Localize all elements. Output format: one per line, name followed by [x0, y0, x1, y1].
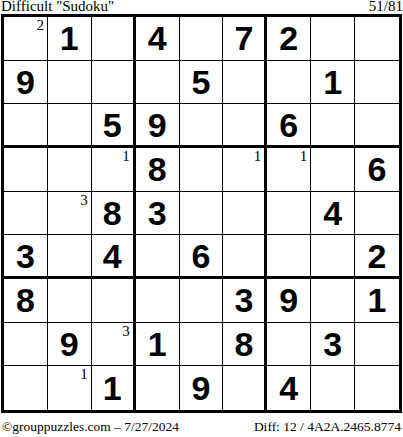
- cell-r7c6: 3: [223, 279, 267, 323]
- cell-r2c1: 9: [4, 61, 48, 105]
- sudoku-sheet: Difficult "Sudoku" 51/81 214729515961811…: [0, 0, 403, 437]
- cell-r5c7: [267, 192, 311, 236]
- cell-r6c1: 3: [4, 235, 48, 279]
- cell-r1c3: [92, 17, 136, 61]
- given-digit: 2: [279, 21, 298, 55]
- given-digit: 8: [234, 327, 253, 361]
- cell-r9c2: 1: [48, 366, 92, 410]
- cell-r9c1: [4, 366, 48, 410]
- cell-r9c7: 4: [267, 366, 311, 410]
- cell-r3c3: 5: [92, 104, 136, 148]
- cell-r6c8: [311, 235, 355, 279]
- given-digit: 9: [148, 108, 167, 142]
- cell-r9c9: [355, 366, 399, 410]
- given-digit: 9: [192, 371, 211, 405]
- cell-r8c6: 8: [223, 323, 267, 367]
- cell-r3c6: [223, 104, 267, 148]
- given-digit: 6: [279, 108, 298, 142]
- given-digit: 6: [368, 152, 387, 186]
- cell-r6c9: 2: [355, 235, 399, 279]
- cell-r1c2: 1: [48, 17, 92, 61]
- sudoku-grid: 2147295159618116383434628391931831194: [1, 14, 402, 413]
- cell-r3c1: [4, 104, 48, 148]
- cell-r8c7: [267, 323, 311, 367]
- cell-r7c8: [311, 279, 355, 323]
- given-digit: 8: [103, 196, 122, 230]
- puzzle-title: Difficult "Sudoku": [1, 0, 114, 14]
- cell-r1c4: 4: [136, 17, 180, 61]
- given-digit: 5: [103, 108, 122, 142]
- pencil-mark: 3: [122, 324, 130, 339]
- given-digit: 9: [60, 327, 79, 361]
- cell-r3c9: [355, 104, 399, 148]
- given-digit: 3: [234, 283, 253, 317]
- cell-r1c5: [180, 17, 224, 61]
- given-digit: 7: [234, 21, 253, 55]
- given-digit: 4: [148, 21, 167, 55]
- pencil-mark: 1: [80, 367, 88, 382]
- given-digit: 6: [192, 239, 211, 273]
- cell-r2c5: 5: [180, 61, 224, 105]
- cell-r7c4: [136, 279, 180, 323]
- cell-r1c6: 7: [223, 17, 267, 61]
- pencil-mark: 2: [36, 18, 44, 33]
- cell-r5c9: [355, 192, 399, 236]
- sheet-header: Difficult "Sudoku" 51/81: [1, 0, 403, 14]
- cell-r5c3: 8: [92, 192, 136, 236]
- cell-r3c7: 6: [267, 104, 311, 148]
- cell-r9c3: 1: [92, 366, 136, 410]
- given-digit: 4: [279, 371, 298, 405]
- cell-r8c9: [355, 323, 399, 367]
- cell-r1c8: [311, 17, 355, 61]
- cell-r7c2: [48, 279, 92, 323]
- cell-r7c7: 9: [267, 279, 311, 323]
- cell-r8c3: 3: [92, 323, 136, 367]
- given-digit: 8: [16, 283, 35, 317]
- cell-r2c6: [223, 61, 267, 105]
- given-digit: 5: [192, 65, 211, 99]
- cell-r4c6: 1: [223, 148, 267, 192]
- cell-r4c9: 6: [355, 148, 399, 192]
- cell-r6c7: [267, 235, 311, 279]
- given-digit: 3: [16, 239, 35, 273]
- cell-r2c9: [355, 61, 399, 105]
- cell-r8c4: 1: [136, 323, 180, 367]
- given-digit: 9: [279, 283, 298, 317]
- cell-r1c9: [355, 17, 399, 61]
- cell-r9c6: [223, 366, 267, 410]
- cell-r4c7: 1: [267, 148, 311, 192]
- given-digit: 3: [323, 327, 342, 361]
- given-digit: 1: [60, 21, 79, 55]
- given-digit: 4: [323, 196, 342, 230]
- cell-r8c1: [4, 323, 48, 367]
- cell-r4c8: [311, 148, 355, 192]
- cell-r6c5: 6: [180, 235, 224, 279]
- given-digit: 1: [148, 327, 167, 361]
- cell-r4c4: 8: [136, 148, 180, 192]
- cell-r7c1: 8: [4, 279, 48, 323]
- pencil-mark: 1: [300, 149, 308, 164]
- cell-r7c5: [180, 279, 224, 323]
- cell-r6c4: [136, 235, 180, 279]
- cell-r6c3: 4: [92, 235, 136, 279]
- cell-r3c4: 9: [136, 104, 180, 148]
- cell-r2c8: 1: [311, 61, 355, 105]
- given-digit: 1: [103, 371, 122, 405]
- cell-r4c2: [48, 148, 92, 192]
- cell-r2c2: [48, 61, 92, 105]
- cell-r3c2: [48, 104, 92, 148]
- cell-r4c5: [180, 148, 224, 192]
- cell-r8c2: 9: [48, 323, 92, 367]
- cell-r5c5: [180, 192, 224, 236]
- cell-r4c1: [4, 148, 48, 192]
- cell-r9c4: [136, 366, 180, 410]
- cell-r5c4: 3: [136, 192, 180, 236]
- cell-r5c1: [4, 192, 48, 236]
- cell-r5c2: 3: [48, 192, 92, 236]
- cell-r1c7: 2: [267, 17, 311, 61]
- sheet-footer: ©grouppuzzles.com – 7/27/2024 Diff: 12 /…: [2, 419, 401, 434]
- empty-cell-counter: 51/81: [369, 0, 403, 14]
- cell-r8c5: [180, 323, 224, 367]
- cell-r8c8: 3: [311, 323, 355, 367]
- cell-r6c6: [223, 235, 267, 279]
- pencil-mark: 3: [80, 193, 88, 208]
- cell-r7c9: 1: [355, 279, 399, 323]
- cell-r9c5: 9: [180, 366, 224, 410]
- cell-r2c7: [267, 61, 311, 105]
- cell-r1c1: 2: [4, 17, 48, 61]
- given-digit: 1: [368, 283, 387, 317]
- given-digit: 3: [148, 196, 167, 230]
- cell-r6c2: [48, 235, 92, 279]
- cell-r7c3: [92, 279, 136, 323]
- copyright-text: ©grouppuzzles.com – 7/27/2024: [2, 419, 179, 434]
- given-digit: 4: [103, 239, 122, 273]
- cell-r5c6: [223, 192, 267, 236]
- given-digit: 2: [368, 239, 387, 273]
- cell-r5c8: 4: [311, 192, 355, 236]
- cell-r4c3: 1: [92, 148, 136, 192]
- cell-r3c5: [180, 104, 224, 148]
- pencil-mark: 1: [254, 149, 262, 164]
- given-digit: 8: [148, 152, 167, 186]
- cell-r2c3: [92, 61, 136, 105]
- cell-r2c4: [136, 61, 180, 105]
- cell-r3c8: [311, 104, 355, 148]
- given-digit: 1: [323, 65, 342, 99]
- difficulty-code: Diff: 12 / 4A2A.2465.8774: [254, 419, 401, 434]
- pencil-mark: 1: [122, 149, 130, 164]
- given-digit: 9: [16, 65, 35, 99]
- cell-r9c8: [311, 366, 355, 410]
